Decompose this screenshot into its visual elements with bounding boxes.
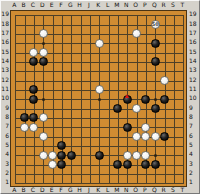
stone-white-B7 <box>20 123 29 132</box>
coord-label-left-19: 19 <box>1 10 9 19</box>
stone-black-M9 <box>113 104 122 113</box>
stone-white-D4 <box>39 151 48 160</box>
coord-label-right-8: 8 <box>188 113 200 122</box>
stone-black-G4 <box>67 151 76 160</box>
stone-black-Q3 <box>151 160 160 169</box>
coord-label-left-13: 13 <box>1 66 9 75</box>
stone-white-D8 <box>39 113 48 122</box>
grid-line-horizontal-7 <box>15 127 184 128</box>
stone-black-R10 <box>160 95 169 104</box>
coord-label-left-7: 7 <box>1 122 9 131</box>
stone-white-P7 <box>141 123 150 132</box>
coord-label-left-6: 6 <box>1 132 9 141</box>
coord-label-right-5: 5 <box>188 141 200 150</box>
coord-label-right-19: 19 <box>188 10 200 19</box>
coord-label-left-2: 2 <box>1 169 9 178</box>
stone-white-O17 <box>132 29 141 38</box>
stone-white-D15 <box>39 48 48 57</box>
grid-line-vertical-T <box>183 15 184 184</box>
coord-label-bottom-T: T <box>177 186 187 194</box>
stone-black-N3 <box>123 160 132 169</box>
coord-label-right-13: 13 <box>188 66 200 75</box>
coord-label-left-9: 9 <box>1 104 9 113</box>
stone-black-P10 <box>141 95 150 104</box>
coord-label-left-5: 5 <box>1 141 9 150</box>
stone-white-O4 <box>132 151 141 160</box>
stone-white-C7 <box>29 123 38 132</box>
coord-label-right-12: 12 <box>188 76 200 85</box>
grid-line-vertical-S <box>174 15 175 184</box>
coord-label-left-12: 12 <box>1 76 9 85</box>
coord-label-right-15: 15 <box>188 48 200 57</box>
grid-line-horizontal-1 <box>15 183 184 184</box>
stone-white-Q18: 50 <box>151 20 160 29</box>
grid-line-vertical-M <box>118 15 119 184</box>
stone-black-P3 <box>141 160 150 169</box>
coord-label-left-10: 10 <box>1 94 9 103</box>
stone-black-R6 <box>160 132 169 141</box>
stone-black-D14 <box>39 57 48 66</box>
stone-black-F5 <box>57 141 66 150</box>
coord-label-right-14: 14 <box>188 57 200 66</box>
stone-white-K11 <box>95 85 104 94</box>
stone-white-K16 <box>95 39 104 48</box>
coord-label-left-15: 15 <box>1 48 9 57</box>
stone-black-Q14 <box>151 57 160 66</box>
stone-white-D6 <box>39 132 48 141</box>
coord-label-left-16: 16 <box>1 38 9 47</box>
last-move-marker-icon <box>125 94 129 98</box>
stone-black-F4 <box>57 151 66 160</box>
coord-label-left-17: 17 <box>1 29 9 38</box>
stone-black-B8 <box>20 113 29 122</box>
coord-label-left-14: 14 <box>1 57 9 66</box>
stone-white-E4 <box>48 151 57 160</box>
coord-label-right-11: 11 <box>188 85 200 94</box>
coord-label-left-18: 18 <box>1 20 9 29</box>
grid-line-horizontal-5 <box>15 146 184 147</box>
stone-black-C11 <box>29 85 38 94</box>
stone-white-R12 <box>160 76 169 85</box>
stone-white-O9 <box>132 104 141 113</box>
coord-label-right-2: 2 <box>188 169 200 178</box>
stone-white-C15 <box>29 48 38 57</box>
stone-white-Q6 <box>151 132 160 141</box>
coord-label-left-11: 11 <box>1 85 9 94</box>
coord-label-right-10: 10 <box>188 94 200 103</box>
go-viewer-window: 50 ABCDEFGHJKLMNOPQRST ABCDEFGHJKLMNOPQR… <box>0 0 200 194</box>
grid-line-horizontal-2 <box>15 174 184 175</box>
stone-black-N10 <box>123 95 132 104</box>
coord-label-left-8: 8 <box>1 113 9 122</box>
move-number-label: 50 <box>152 22 159 27</box>
star-point-Q10 <box>154 98 157 101</box>
stone-black-C10 <box>29 95 38 104</box>
stone-black-C14 <box>29 57 38 66</box>
stone-white-O6 <box>132 132 141 141</box>
stone-white-P4 <box>141 151 150 160</box>
coord-label-right-1: 1 <box>188 178 200 187</box>
coord-label-right-3: 3 <box>188 160 200 169</box>
stone-black-C8 <box>29 113 38 122</box>
stone-black-F3 <box>57 160 66 169</box>
stone-white-E3 <box>48 160 57 169</box>
grid-line-vertical-L <box>109 15 110 184</box>
stone-black-Q9 <box>151 104 160 113</box>
coord-label-top-T: T <box>177 1 187 10</box>
coord-label-right-4: 4 <box>188 150 200 159</box>
coord-label-left-1: 1 <box>1 178 9 187</box>
coord-label-right-6: 6 <box>188 132 200 141</box>
coord-label-left-3: 3 <box>1 160 9 169</box>
stone-black-Q16 <box>151 39 160 48</box>
coord-label-right-16: 16 <box>188 38 200 47</box>
stone-black-M3 <box>113 160 122 169</box>
stone-white-D17 <box>39 29 48 38</box>
go-board[interactable]: 50 <box>10 10 187 187</box>
coord-label-right-9: 9 <box>188 104 200 113</box>
stone-white-P6 <box>141 132 150 141</box>
stone-black-N7 <box>123 123 132 132</box>
coord-label-right-17: 17 <box>188 29 200 38</box>
star-point-Q4 <box>154 154 157 157</box>
star-point-D16 <box>42 42 45 45</box>
star-point-D10 <box>42 98 45 101</box>
coord-label-left-4: 4 <box>1 150 9 159</box>
coord-label-right-7: 7 <box>188 122 200 131</box>
star-point-K10 <box>98 98 101 101</box>
stone-black-K4 <box>95 151 104 160</box>
coord-label-right-18: 18 <box>188 20 200 29</box>
stone-white-N4 <box>123 151 132 160</box>
